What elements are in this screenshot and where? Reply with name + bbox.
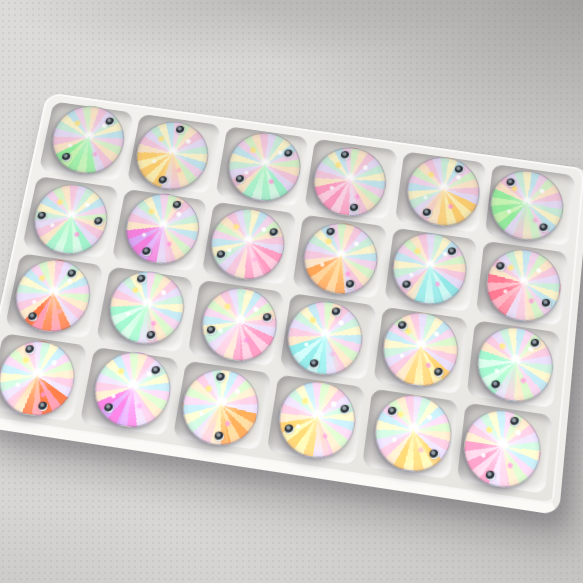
rhinestone	[460, 405, 544, 493]
facet-highlight	[191, 277, 287, 371]
facet-highlight	[49, 104, 127, 175]
rhinestone	[283, 296, 368, 380]
tray-compartment	[173, 361, 272, 451]
rhinestone	[309, 143, 390, 221]
rhinestone	[130, 117, 213, 194]
sew-hole	[542, 298, 552, 308]
rhinestone	[27, 180, 113, 259]
facet-highlight	[0, 333, 83, 424]
rhinestone	[88, 347, 176, 433]
sew-hole	[331, 307, 341, 317]
facet-highlight	[13, 255, 93, 336]
sew-hole	[350, 203, 360, 213]
sew-hole	[510, 417, 520, 428]
facet-highlight	[276, 379, 358, 461]
sew-hole	[37, 211, 47, 221]
sew-hole	[448, 247, 458, 257]
sew-hole	[93, 217, 103, 227]
tray-compartment	[267, 374, 365, 464]
rhinestone	[205, 204, 289, 284]
tray-compartment	[22, 176, 119, 259]
sew-hole	[387, 406, 397, 417]
facet-highlight	[136, 121, 208, 191]
facet-highlight	[492, 170, 563, 240]
sew-hole	[172, 200, 182, 210]
sew-hole	[146, 330, 157, 340]
sew-hole	[530, 339, 540, 349]
facet-highlight	[456, 401, 550, 498]
facet-highlight	[311, 145, 388, 219]
sew-hole	[496, 262, 506, 272]
facet-highlight	[102, 266, 190, 350]
tray-compartment	[280, 293, 376, 380]
sew-hole	[216, 250, 226, 260]
rhinestone	[120, 189, 205, 269]
sew-hole	[491, 380, 501, 390]
rhinestone	[299, 218, 382, 299]
sew-hole	[455, 165, 465, 174]
rhinestone	[177, 364, 264, 450]
facet-highlight	[467, 316, 564, 413]
sew-hole	[434, 367, 444, 377]
sew-hole	[346, 280, 356, 290]
sew-hole	[150, 366, 161, 376]
tray-compartment	[362, 388, 459, 479]
rhinestone	[474, 322, 557, 407]
tray-compartment	[476, 241, 568, 326]
rhinestone	[487, 166, 567, 245]
sew-hole	[429, 449, 439, 460]
sew-hole	[37, 401, 48, 411]
tray-compartment	[457, 402, 553, 494]
sew-hole	[284, 149, 294, 158]
tray-compartment	[39, 101, 134, 181]
rhinestone	[274, 376, 360, 463]
tray-compartment	[216, 126, 309, 207]
tray-compartment	[202, 202, 297, 286]
sew-hole	[506, 178, 516, 187]
rhinestone	[103, 266, 189, 349]
rhinestone	[371, 390, 456, 477]
facet-highlight	[221, 126, 307, 207]
sew-hole	[340, 404, 350, 414]
facet-highlight	[176, 363, 265, 451]
sew-hole	[398, 321, 408, 331]
tray-compartment	[466, 320, 560, 408]
rhinestone	[9, 255, 96, 337]
facet-highlight	[120, 189, 204, 269]
sew-hole	[423, 208, 433, 218]
rhinestone	[0, 336, 81, 421]
sew-hole	[104, 118, 114, 127]
facet-highlight	[379, 307, 462, 391]
sew-hole	[104, 403, 115, 413]
rhinestone	[483, 245, 564, 327]
photo-scene	[0, 0, 583, 583]
facet-highlight	[209, 207, 286, 282]
tray-compartment	[0, 333, 88, 422]
sew-hole	[485, 470, 495, 481]
sew-hole	[67, 269, 78, 279]
tray-compartment	[485, 164, 576, 246]
sew-hole	[262, 312, 272, 322]
sew-hole	[216, 372, 227, 382]
sew-hole	[142, 247, 152, 257]
facet-highlight	[479, 240, 569, 330]
sew-hole	[326, 228, 336, 238]
tray-compartment	[395, 151, 486, 233]
sew-hole	[269, 228, 279, 238]
facet-highlight	[369, 389, 458, 477]
tray-compartment	[305, 139, 397, 220]
tray-compartment	[293, 215, 387, 299]
sew-hole	[539, 223, 549, 233]
facet-highlight	[288, 302, 361, 374]
rhinestone	[379, 307, 463, 391]
tray-compartment	[373, 307, 468, 395]
rhinestone	[223, 128, 305, 206]
sew-hole	[176, 125, 186, 134]
facet-highlight	[398, 148, 489, 236]
tray-compartment	[80, 347, 180, 436]
tray-compartment	[127, 114, 221, 194]
sew-hole	[158, 176, 168, 185]
rhinestone	[46, 101, 130, 178]
tray-compartment	[384, 228, 477, 313]
facet-highlight	[24, 176, 116, 262]
rhinestone	[196, 283, 281, 366]
sew-hole	[61, 152, 71, 161]
facet-highlight	[390, 229, 470, 308]
tray-compartment	[96, 266, 194, 352]
sew-hole	[309, 359, 319, 369]
sew-hole	[402, 280, 412, 290]
sew-hole	[340, 151, 350, 160]
rhinestone	[389, 228, 471, 309]
sew-hole	[235, 175, 245, 184]
sew-hole	[284, 424, 295, 435]
tray-compartment	[112, 189, 208, 272]
tray-compartment	[188, 280, 285, 367]
facet-highlight	[93, 349, 173, 431]
sew-hole	[214, 431, 225, 442]
sew-hole	[206, 326, 216, 336]
sew-hole	[25, 345, 36, 355]
facet-highlight	[297, 217, 384, 301]
rhinestone	[403, 152, 483, 230]
sew-hole	[137, 275, 147, 285]
sew-hole	[27, 312, 38, 322]
tray-compartment	[5, 253, 104, 339]
